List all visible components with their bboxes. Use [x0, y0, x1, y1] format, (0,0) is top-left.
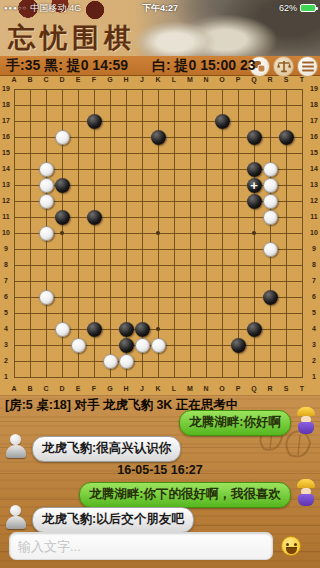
coord-col-bottom: L	[168, 384, 180, 394]
coord-row: 2	[308, 356, 320, 366]
black-stone	[151, 130, 166, 145]
coord-row: 16	[0, 132, 12, 142]
coord-col-bottom: E	[72, 384, 84, 394]
coord-row: 5	[308, 308, 320, 318]
white-stone	[263, 194, 278, 209]
star-point	[156, 231, 160, 235]
move-and-black-info: 手:35 黑: 提0 14:59	[6, 57, 128, 75]
black-stone	[87, 322, 102, 337]
chat-area: [房:5 桌:18] 对手 龙虎飞豹 3K 正在思考中 龙腾湖畔:你好啊龙虎飞豹…	[0, 395, 320, 568]
battery-icon	[300, 4, 316, 12]
coord-row: 17	[308, 116, 320, 126]
white-stone	[263, 210, 278, 225]
coord-col-top: O	[216, 75, 228, 85]
coord-row: 1	[0, 372, 12, 382]
avatar-robe	[298, 422, 314, 434]
coord-col-top: F	[88, 75, 100, 85]
black-stone	[247, 162, 262, 177]
go-board[interactable]: AABBCCDDEEFFGGHHJJKKLLMMNNOOPPQQRRSSTT19…	[0, 76, 320, 395]
coord-col-bottom: T	[296, 384, 308, 394]
coord-col-bottom: A	[8, 384, 20, 394]
player-avatar	[4, 504, 28, 530]
coord-col-top: K	[152, 75, 164, 85]
coord-row: 10	[308, 228, 320, 238]
white-stone	[39, 226, 54, 241]
opponent-avatar	[295, 407, 317, 435]
coord-col-top: E	[72, 75, 84, 85]
coord-row: 4	[0, 324, 12, 334]
black-stone	[119, 322, 134, 337]
star-point	[156, 327, 160, 331]
coord-row: 9	[308, 244, 320, 254]
coord-row: 11	[308, 212, 320, 222]
white-stone	[39, 290, 54, 305]
avatar-body	[6, 445, 26, 458]
coord-row: 5	[0, 308, 12, 318]
coord-col-top: G	[104, 75, 116, 85]
chat-bubble: 龙虎飞豹:很高兴认识你	[32, 436, 181, 462]
coord-row: 8	[308, 260, 320, 270]
black-stone	[87, 114, 102, 129]
coord-row: 3	[308, 340, 320, 350]
white-stone	[119, 354, 134, 369]
coord-col-bottom: P	[232, 384, 244, 394]
coord-col-bottom: G	[104, 384, 116, 394]
black-stone	[55, 210, 70, 225]
white-stone	[151, 338, 166, 353]
coord-row: 15	[0, 148, 12, 158]
black-stone	[263, 290, 278, 305]
coord-col-bottom: N	[200, 384, 212, 394]
avatar-hat	[297, 407, 315, 416]
coord-row: 18	[308, 100, 320, 110]
white-player-info: 白: 提0 15:00 23	[152, 57, 256, 75]
coord-row: 14	[0, 164, 12, 174]
coord-row: 13	[0, 180, 12, 190]
white-stone	[263, 162, 278, 177]
white-stone	[39, 178, 54, 193]
coord-col-top: M	[184, 75, 196, 85]
black-stone	[247, 130, 262, 145]
avatar-hat	[297, 479, 315, 488]
coord-row: 4	[308, 324, 320, 334]
coord-row: 15	[308, 148, 320, 158]
white-stone	[39, 194, 54, 209]
coord-col-top: J	[136, 75, 148, 85]
coord-row: 6	[0, 292, 12, 302]
black-player-info: 黑: 提0 14:59	[44, 57, 128, 73]
coord-row: 13	[308, 180, 320, 190]
count-judge-button[interactable]	[273, 56, 294, 77]
last-move-marker: +	[250, 179, 258, 192]
coord-row: 7	[0, 276, 12, 286]
coord-col-bottom: Q	[248, 384, 260, 394]
coord-row: 10	[0, 228, 12, 238]
coord-row: 8	[0, 260, 12, 270]
chat-bubble: 龙腾湖畔:你好啊	[179, 410, 291, 436]
chat-timestamp: 16-05-15 16:27	[0, 463, 320, 477]
coord-col-top: D	[56, 75, 68, 85]
black-stone	[87, 210, 102, 225]
coord-row: 19	[0, 84, 12, 94]
emoji-button[interactable]	[281, 536, 301, 556]
black-stone	[119, 338, 134, 353]
coord-row: 7	[308, 276, 320, 286]
coord-row: 19	[308, 84, 320, 94]
star-point	[252, 231, 256, 235]
player-avatar	[4, 433, 28, 459]
coord-row: 3	[0, 340, 12, 350]
coord-col-bottom: J	[136, 384, 148, 394]
coord-col-bottom: R	[264, 384, 276, 394]
coord-row: 18	[0, 100, 12, 110]
black-stone	[55, 178, 70, 193]
coord-col-top: L	[168, 75, 180, 85]
game-info-bar: 手:35 黑: 提0 14:59 白: 提0 15:00 23	[0, 56, 320, 76]
avatar-robe	[298, 494, 314, 506]
menu-button[interactable]	[297, 56, 318, 77]
coord-col-bottom: D	[56, 384, 68, 394]
move-number-label: 手:35	[6, 57, 40, 73]
black-stone	[231, 338, 246, 353]
black-stone	[135, 322, 150, 337]
black-stone	[247, 322, 262, 337]
coord-row: 11	[0, 212, 12, 222]
black-stone	[215, 114, 230, 129]
white-stone	[71, 338, 86, 353]
white-stone	[39, 162, 54, 177]
black-stone	[279, 130, 294, 145]
coord-col-top: P	[232, 75, 244, 85]
app-title: 忘忧围棋	[8, 20, 136, 56]
coord-col-top: B	[24, 75, 36, 85]
white-stone	[55, 322, 70, 337]
coord-row: 6	[308, 292, 320, 302]
black-stone	[247, 194, 262, 209]
white-stone	[263, 242, 278, 257]
network-label: 4G	[69, 3, 81, 13]
coord-col-top: N	[200, 75, 212, 85]
white-stone	[55, 130, 70, 145]
black-stone: +	[247, 178, 262, 193]
opponent-avatar	[295, 479, 317, 507]
coord-col-bottom: C	[40, 384, 52, 394]
coord-col-bottom: H	[120, 384, 132, 394]
avatar-head	[10, 434, 21, 445]
app-header: ●●●○○ 中国移动 4G 下午4:27 62% 忘忧围棋	[0, 0, 320, 56]
coord-col-bottom: M	[184, 384, 196, 394]
coord-col-bottom: K	[152, 384, 164, 394]
coord-row: 12	[308, 196, 320, 206]
coord-row: 12	[0, 196, 12, 206]
wangyou-weiqi-app: ●●●○○ 中国移动 4G 下午4:27 62% 忘忧围棋 手:35 黑: 提0…	[0, 0, 320, 568]
white-stone	[263, 178, 278, 193]
signal-dots-icon: ●●●○○	[4, 5, 27, 11]
coord-col-top: C	[40, 75, 52, 85]
hamburger-menu-icon	[302, 61, 314, 72]
carrier-label: 中国移动	[30, 2, 66, 15]
coord-col-bottom: O	[216, 384, 228, 394]
battery-percent-label: 62%	[279, 3, 297, 13]
coord-row: 16	[308, 132, 320, 142]
balance-scale-icon	[277, 60, 291, 73]
chat-input-bar	[0, 529, 320, 563]
white-stone	[103, 354, 118, 369]
avatar-head	[10, 505, 21, 516]
coord-col-bottom: B	[24, 384, 36, 394]
coord-row: 9	[0, 244, 12, 254]
coord-row: 2	[0, 356, 12, 366]
coord-row: 1	[308, 372, 320, 382]
chat-text-input[interactable]	[9, 532, 273, 560]
coord-row: 14	[308, 164, 320, 174]
coord-col-bottom: F	[88, 384, 100, 394]
coord-row: 17	[0, 116, 12, 126]
avatar-body	[6, 516, 26, 529]
chat-message-row: 龙虎飞豹:很高兴认识你	[4, 433, 181, 462]
chat-message-row: 龙腾湖畔:你好啊	[179, 407, 317, 436]
coord-col-bottom: S	[280, 384, 292, 394]
white-stone	[135, 338, 150, 353]
ios-status-bar: ●●●○○ 中国移动 4G 下午4:27 62%	[0, 0, 320, 16]
coord-col-top: H	[120, 75, 132, 85]
star-point	[60, 231, 64, 235]
